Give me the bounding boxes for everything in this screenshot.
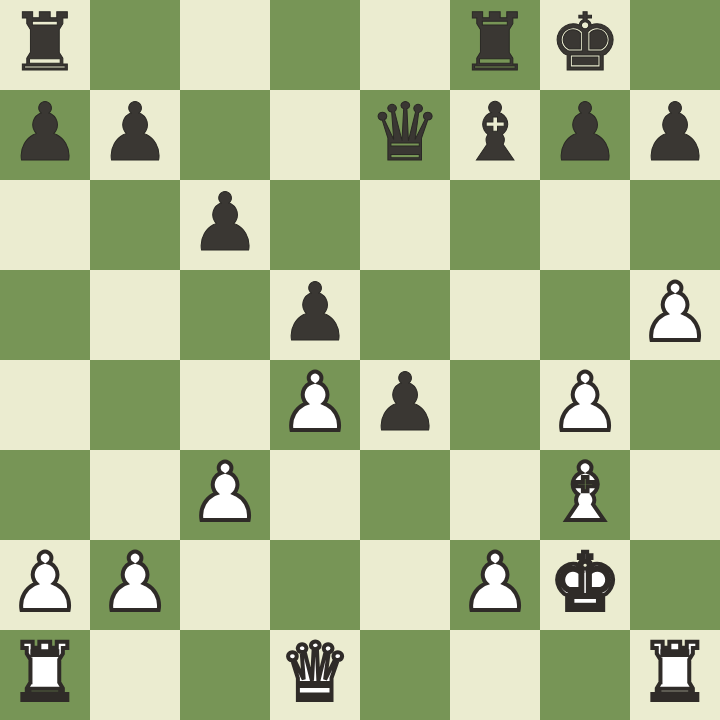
black-pawn[interactable]: ♟ [639, 88, 711, 178]
square-h1[interactable]: ♜ [630, 630, 720, 720]
square-f8[interactable]: ♜ [450, 0, 540, 90]
square-h4[interactable] [630, 360, 720, 450]
square-c1[interactable] [180, 630, 270, 720]
square-e5[interactable] [360, 270, 450, 360]
square-d2[interactable] [270, 540, 360, 630]
square-b2[interactable]: ♟ [90, 540, 180, 630]
white-pawn[interactable]: ♟ [459, 538, 531, 628]
square-h7[interactable]: ♟ [630, 90, 720, 180]
square-h8[interactable] [630, 0, 720, 90]
square-g1[interactable] [540, 630, 630, 720]
black-pawn[interactable]: ♟ [9, 88, 81, 178]
black-pawn[interactable]: ♟ [549, 88, 621, 178]
square-a8[interactable]: ♜ [0, 0, 90, 90]
square-d4[interactable]: ♟ [270, 360, 360, 450]
square-c5[interactable] [180, 270, 270, 360]
white-pawn[interactable]: ♟ [99, 538, 171, 628]
square-f1[interactable] [450, 630, 540, 720]
square-d7[interactable] [270, 90, 360, 180]
square-f7[interactable]: ♝ [450, 90, 540, 180]
square-d8[interactable] [270, 0, 360, 90]
square-g8[interactable]: ♚ [540, 0, 630, 90]
square-f3[interactable] [450, 450, 540, 540]
square-b3[interactable] [90, 450, 180, 540]
square-e6[interactable] [360, 180, 450, 270]
square-c2[interactable] [180, 540, 270, 630]
square-d3[interactable] [270, 450, 360, 540]
square-e3[interactable] [360, 450, 450, 540]
square-h3[interactable] [630, 450, 720, 540]
black-bishop[interactable]: ♝ [459, 88, 531, 178]
white-queen[interactable]: ♛ [279, 628, 351, 718]
square-e4[interactable]: ♟ [360, 360, 450, 450]
square-g5[interactable] [540, 270, 630, 360]
square-g2[interactable]: ♚ [540, 540, 630, 630]
square-e8[interactable] [360, 0, 450, 90]
square-c3[interactable]: ♟ [180, 450, 270, 540]
square-b6[interactable] [90, 180, 180, 270]
white-pawn[interactable]: ♟ [549, 358, 621, 448]
square-a5[interactable] [0, 270, 90, 360]
white-rook[interactable]: ♜ [639, 628, 711, 718]
black-rook[interactable]: ♜ [459, 0, 531, 88]
white-rook[interactable]: ♜ [9, 628, 81, 718]
square-a3[interactable] [0, 450, 90, 540]
white-pawn[interactable]: ♟ [189, 448, 261, 538]
square-d5[interactable]: ♟ [270, 270, 360, 360]
square-f5[interactable] [450, 270, 540, 360]
square-g7[interactable]: ♟ [540, 90, 630, 180]
square-d1[interactable]: ♛ [270, 630, 360, 720]
square-g3[interactable]: ♝ [540, 450, 630, 540]
square-f4[interactable] [450, 360, 540, 450]
white-king[interactable]: ♚ [549, 538, 621, 628]
square-a2[interactable]: ♟ [0, 540, 90, 630]
square-c8[interactable] [180, 0, 270, 90]
square-b7[interactable]: ♟ [90, 90, 180, 180]
square-h6[interactable] [630, 180, 720, 270]
square-b5[interactable] [90, 270, 180, 360]
square-b1[interactable] [90, 630, 180, 720]
square-e1[interactable] [360, 630, 450, 720]
square-a6[interactable] [0, 180, 90, 270]
square-d6[interactable] [270, 180, 360, 270]
white-bishop[interactable]: ♝ [549, 448, 621, 538]
square-b4[interactable] [90, 360, 180, 450]
square-a7[interactable]: ♟ [0, 90, 90, 180]
square-g6[interactable] [540, 180, 630, 270]
square-c4[interactable] [180, 360, 270, 450]
square-c7[interactable] [180, 90, 270, 180]
black-pawn[interactable]: ♟ [99, 88, 171, 178]
black-king[interactable]: ♚ [549, 0, 621, 88]
square-a1[interactable]: ♜ [0, 630, 90, 720]
square-b8[interactable] [90, 0, 180, 90]
square-f6[interactable] [450, 180, 540, 270]
black-queen[interactable]: ♛ [369, 88, 441, 178]
chess-board: ♜♜♚♟♟♛♝♟♟♟♟♟♟♟♟♟♝♟♟♟♚♜♛♜ [0, 0, 720, 720]
square-a4[interactable] [0, 360, 90, 450]
square-f2[interactable]: ♟ [450, 540, 540, 630]
black-pawn[interactable]: ♟ [189, 178, 261, 268]
square-g4[interactable]: ♟ [540, 360, 630, 450]
black-pawn[interactable]: ♟ [279, 268, 351, 358]
black-rook[interactable]: ♜ [9, 0, 81, 88]
square-e2[interactable] [360, 540, 450, 630]
square-h5[interactable]: ♟ [630, 270, 720, 360]
square-h2[interactable] [630, 540, 720, 630]
square-e7[interactable]: ♛ [360, 90, 450, 180]
square-c6[interactable]: ♟ [180, 180, 270, 270]
white-pawn[interactable]: ♟ [9, 538, 81, 628]
white-pawn[interactable]: ♟ [639, 268, 711, 358]
black-pawn[interactable]: ♟ [369, 358, 441, 448]
white-pawn[interactable]: ♟ [279, 358, 351, 448]
